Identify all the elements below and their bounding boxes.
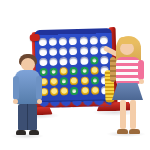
slot-r1c6 [88,35,98,45]
slot-r2c3 [58,46,68,56]
girl-leg-left [120,100,126,129]
green-disc [91,76,99,84]
slot-r5c2 [49,76,59,86]
board-grid [38,35,111,97]
green-disc [80,67,88,75]
green-disc [60,77,68,85]
boy-arm-right [36,76,42,100]
girl-sandal-left [117,129,128,134]
green-disc [71,87,79,95]
slot-r2c6 [89,45,99,55]
left-post-knob [30,34,40,41]
yellow-disc [80,77,88,85]
girl-sandal-right [129,129,140,134]
empty-slot [70,47,78,55]
empty-slot [90,36,98,44]
green-disc [50,68,58,76]
yellow-disc [90,66,98,74]
slot-r1c5 [78,36,88,46]
girl-player [104,36,150,138]
girl-striped-top [116,57,140,84]
slot-r5c6 [89,75,99,85]
slot-r2c2 [48,47,58,57]
boy-hand-left [13,99,18,104]
green-disc [70,67,78,75]
slot-r6c3 [59,86,69,96]
boy-shoe-left [16,130,26,135]
slot-r6c2 [49,86,59,96]
yellow-disc [81,87,89,95]
girl-arm-right [138,60,144,80]
girl-hand-right [139,79,144,84]
girl-denim-skirt [112,83,143,100]
slot-r4c5 [79,66,89,76]
slot-r4c3 [59,66,69,76]
yellow-disc [60,87,68,95]
slot-r5c3 [59,76,69,86]
empty-slot [80,47,88,55]
slot-r2c4 [68,46,78,56]
boy-shoe-right [29,130,39,135]
empty-slot [50,58,58,66]
slot-r1c3 [58,36,68,46]
slot-r2c5 [79,46,89,56]
slot-r5c4 [69,76,79,86]
empty-slot [69,37,77,45]
yellow-disc [91,86,99,94]
boy-jeans [18,104,37,130]
slot-r1c2 [48,37,58,47]
slot-r4c6 [89,65,99,75]
slot-r3c6 [89,55,99,65]
yellow-disc [50,78,58,86]
boy-player [10,54,44,138]
empty-slot [59,47,67,55]
slot-r3c2 [48,56,58,66]
slot-r6c6 [90,85,100,95]
empty-slot [79,37,87,45]
slot-r4c4 [69,66,79,76]
empty-slot [60,57,68,65]
green-disc [90,56,98,64]
boy-arm-left [13,76,19,100]
girl-hair-fringe [118,37,137,44]
yellow-disc [50,88,58,96]
empty-slot [49,48,57,56]
slot-r5c5 [79,76,89,86]
empty-slot [49,38,57,46]
slot-r6c4 [69,86,79,96]
slot-r3c4 [69,56,79,66]
connect-four-board [35,28,114,103]
empty-slot [39,38,47,46]
slot-r4c2 [49,66,59,76]
slot-r6c5 [80,86,90,96]
yellow-disc [60,67,68,75]
slot-r3c5 [79,56,89,66]
girl-leg-right [130,100,136,129]
slot-r1c4 [68,36,78,46]
product-photo-giant-connect-four [0,0,150,150]
yellow-disc [70,77,78,85]
boy-hand-right [37,99,42,104]
slot-r3c3 [59,56,69,66]
empty-slot [80,57,88,65]
empty-slot [90,46,98,54]
empty-slot [59,37,67,45]
empty-slot [70,57,78,65]
